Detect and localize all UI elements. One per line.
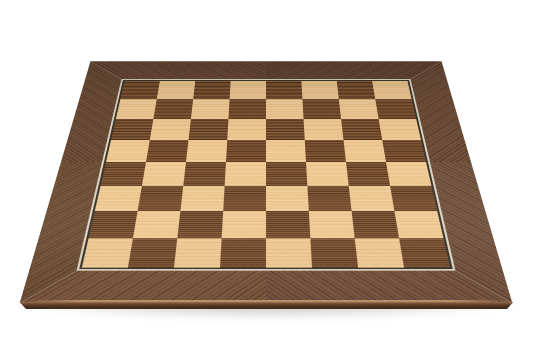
squares-grid bbox=[82, 81, 450, 268]
square-b2 bbox=[133, 211, 180, 238]
square-c1 bbox=[174, 238, 222, 267]
square-f1 bbox=[310, 238, 358, 267]
square-f6 bbox=[304, 119, 344, 140]
square-d6 bbox=[227, 119, 266, 140]
square-g5 bbox=[343, 140, 386, 162]
square-b1 bbox=[128, 238, 177, 267]
square-f2 bbox=[309, 211, 355, 238]
playing-area bbox=[79, 80, 453, 269]
square-b5 bbox=[146, 140, 189, 162]
square-a1 bbox=[82, 238, 133, 267]
square-h4 bbox=[386, 162, 431, 186]
square-b8 bbox=[157, 81, 196, 99]
square-f7 bbox=[302, 99, 341, 119]
square-b7 bbox=[153, 99, 193, 119]
square-e1 bbox=[266, 238, 312, 267]
square-a2 bbox=[89, 211, 138, 238]
square-d2 bbox=[222, 211, 266, 238]
square-f5 bbox=[305, 140, 346, 162]
square-e8 bbox=[266, 81, 302, 99]
square-h6 bbox=[379, 119, 421, 140]
square-e5 bbox=[266, 140, 306, 162]
square-b6 bbox=[150, 119, 191, 140]
square-e7 bbox=[266, 99, 304, 119]
chessboard bbox=[20, 61, 513, 303]
square-e6 bbox=[266, 119, 305, 140]
square-c5 bbox=[186, 140, 227, 162]
square-c4 bbox=[183, 162, 226, 186]
square-b4 bbox=[142, 162, 186, 186]
square-a5 bbox=[106, 140, 150, 162]
square-f4 bbox=[306, 162, 349, 186]
square-d4 bbox=[225, 162, 266, 186]
square-a4 bbox=[101, 162, 146, 186]
square-d8 bbox=[230, 81, 266, 99]
square-d1 bbox=[220, 238, 266, 267]
square-f3 bbox=[307, 186, 351, 211]
square-h2 bbox=[394, 211, 443, 238]
square-e3 bbox=[266, 186, 309, 211]
square-c3 bbox=[180, 186, 224, 211]
square-h8 bbox=[372, 81, 412, 99]
board-front-bevel-highlight bbox=[22, 300, 511, 302]
square-f8 bbox=[301, 81, 338, 99]
square-b3 bbox=[138, 186, 184, 211]
square-c8 bbox=[193, 81, 230, 99]
square-a6 bbox=[111, 119, 153, 140]
square-c7 bbox=[191, 99, 230, 119]
square-e2 bbox=[266, 211, 310, 238]
product-photo-background bbox=[0, 0, 533, 355]
square-d7 bbox=[228, 99, 266, 119]
square-g3 bbox=[349, 186, 395, 211]
square-a7 bbox=[116, 99, 157, 119]
square-g6 bbox=[341, 119, 382, 140]
square-c2 bbox=[177, 211, 223, 238]
square-g8 bbox=[337, 81, 376, 99]
square-c6 bbox=[189, 119, 229, 140]
board-front-edge bbox=[20, 302, 513, 309]
square-h7 bbox=[375, 99, 416, 119]
square-h5 bbox=[382, 140, 426, 162]
square-a8 bbox=[120, 81, 160, 99]
square-d5 bbox=[226, 140, 266, 162]
square-e4 bbox=[266, 162, 307, 186]
square-h3 bbox=[390, 186, 437, 211]
square-g2 bbox=[352, 211, 399, 238]
square-g7 bbox=[339, 99, 379, 119]
square-a3 bbox=[95, 186, 142, 211]
square-g1 bbox=[355, 238, 404, 267]
square-d3 bbox=[223, 186, 266, 211]
square-h1 bbox=[399, 238, 450, 267]
square-g4 bbox=[346, 162, 390, 186]
